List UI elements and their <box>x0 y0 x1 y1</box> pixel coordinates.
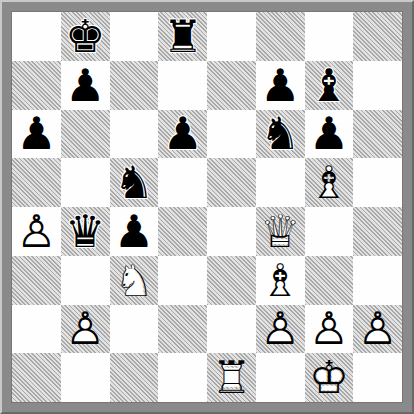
square-e1: ♜♖ <box>207 353 256 402</box>
square-c7 <box>110 61 159 110</box>
white-pawn: ♙ <box>12 207 61 256</box>
square-g8 <box>305 12 354 61</box>
square-e4 <box>207 207 256 256</box>
white-queen: ♕ <box>256 207 305 256</box>
white-rook-fill: ♜ <box>207 353 256 402</box>
square-h7 <box>353 61 402 110</box>
square-d5 <box>158 158 207 207</box>
white-bishop-fill: ♝ <box>305 158 354 207</box>
square-c4: ♟ <box>110 207 159 256</box>
white-pawn: ♙ <box>353 305 402 354</box>
white-pawn-fill: ♟ <box>256 305 305 354</box>
square-a8 <box>12 12 61 61</box>
square-d6: ♟ <box>158 110 207 159</box>
white-knight: ♘ <box>110 256 159 305</box>
square-f7: ♟ <box>256 61 305 110</box>
square-g2: ♟♙ <box>305 305 354 354</box>
black-king: ♚ <box>61 12 110 61</box>
white-rook: ♖ <box>207 353 256 402</box>
square-c5: ♞ <box>110 158 159 207</box>
square-f1 <box>256 353 305 402</box>
square-c6 <box>110 110 159 159</box>
square-c3: ♞♘ <box>110 256 159 305</box>
square-b8: ♚ <box>61 12 110 61</box>
black-pawn: ♟ <box>110 207 159 256</box>
square-d4 <box>158 207 207 256</box>
square-d7 <box>158 61 207 110</box>
square-b4: ♛ <box>61 207 110 256</box>
square-e3 <box>207 256 256 305</box>
square-f4: ♛♕ <box>256 207 305 256</box>
square-a3 <box>12 256 61 305</box>
square-g5: ♝♗ <box>305 158 354 207</box>
square-a4: ♟♙ <box>12 207 61 256</box>
square-h6 <box>353 110 402 159</box>
black-knight: ♞ <box>256 110 305 159</box>
white-pawn: ♙ <box>61 305 110 354</box>
black-pawn: ♟ <box>305 110 354 159</box>
square-f8 <box>256 12 305 61</box>
square-h1 <box>353 353 402 402</box>
black-pawn: ♟ <box>256 61 305 110</box>
square-b5 <box>61 158 110 207</box>
white-pawn-fill: ♟ <box>353 305 402 354</box>
square-b6 <box>61 110 110 159</box>
square-f6: ♞ <box>256 110 305 159</box>
white-king: ♔ <box>305 353 354 402</box>
square-e6 <box>207 110 256 159</box>
black-pawn: ♟ <box>12 110 61 159</box>
square-e7 <box>207 61 256 110</box>
square-h8 <box>353 12 402 61</box>
square-f3: ♝♗ <box>256 256 305 305</box>
square-a7 <box>12 61 61 110</box>
white-pawn-fill: ♟ <box>61 305 110 354</box>
square-d2 <box>158 305 207 354</box>
square-g3 <box>305 256 354 305</box>
black-pawn: ♟ <box>158 110 207 159</box>
square-h5 <box>353 158 402 207</box>
square-b2: ♟♙ <box>61 305 110 354</box>
square-d1 <box>158 353 207 402</box>
square-c1 <box>110 353 159 402</box>
black-bishop: ♝ <box>305 61 354 110</box>
square-g7: ♝ <box>305 61 354 110</box>
black-rook: ♜ <box>158 12 207 61</box>
white-pawn: ♙ <box>305 305 354 354</box>
white-pawn-fill: ♟ <box>305 305 354 354</box>
square-a5 <box>12 158 61 207</box>
white-bishop: ♗ <box>305 158 354 207</box>
white-pawn: ♙ <box>256 305 305 354</box>
square-a1 <box>12 353 61 402</box>
square-g1: ♚♔ <box>305 353 354 402</box>
square-b3 <box>61 256 110 305</box>
square-h2: ♟♙ <box>353 305 402 354</box>
square-d3 <box>158 256 207 305</box>
square-g6: ♟ <box>305 110 354 159</box>
square-c2 <box>110 305 159 354</box>
white-bishop-fill: ♝ <box>256 256 305 305</box>
square-e8 <box>207 12 256 61</box>
square-d8: ♜ <box>158 12 207 61</box>
square-f5 <box>256 158 305 207</box>
square-e5 <box>207 158 256 207</box>
square-b7: ♟ <box>61 61 110 110</box>
square-g4 <box>305 207 354 256</box>
white-king-fill: ♚ <box>305 353 354 402</box>
black-knight: ♞ <box>110 158 159 207</box>
square-c8 <box>110 12 159 61</box>
square-b1 <box>61 353 110 402</box>
chess-board: ♚♜♟♟♝♟♟♞♟♞♝♗♟♙♛♟♛♕♞♘♝♗♟♙♟♙♟♙♟♙♜♖♚♔ <box>12 12 402 402</box>
white-knight-fill: ♞ <box>110 256 159 305</box>
white-bishop: ♗ <box>256 256 305 305</box>
white-queen-fill: ♛ <box>256 207 305 256</box>
black-queen: ♛ <box>61 207 110 256</box>
square-a2 <box>12 305 61 354</box>
square-f2: ♟♙ <box>256 305 305 354</box>
board-frame: ♚♜♟♟♝♟♟♞♟♞♝♗♟♙♛♟♛♕♞♘♝♗♟♙♟♙♟♙♟♙♜♖♚♔ <box>0 0 414 414</box>
black-pawn: ♟ <box>61 61 110 110</box>
square-h4 <box>353 207 402 256</box>
square-h3 <box>353 256 402 305</box>
square-a6: ♟ <box>12 110 61 159</box>
white-pawn-fill: ♟ <box>12 207 61 256</box>
square-e2 <box>207 305 256 354</box>
